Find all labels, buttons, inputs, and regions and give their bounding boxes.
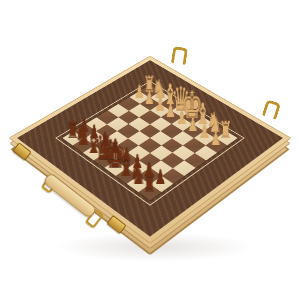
case-lid-top: ♜♞♝♛♚♝♞♜♟♟♟♟♟♟♟♟♟♟♟♟♟♟♟♟♜♞♝♛♚♝♞♜ bbox=[9, 56, 292, 244]
product-photo: ♜♞♝♛♚♝♞♜♟♟♟♟♟♟♟♟♟♟♟♟♟♟♟♟♜♞♝♛♚♝♞♜ bbox=[0, 0, 300, 300]
chess-case: ♜♞♝♛♚♝♞♜♟♟♟♟♟♟♟♟♟♟♟♟♟♟♟♟♜♞♝♛♚♝♞♜ bbox=[9, 56, 292, 244]
scene: ♜♞♝♛♚♝♞♜♟♟♟♟♟♟♟♟♟♟♟♟♟♟♟♟♜♞♝♛♚♝♞♜ bbox=[0, 0, 300, 300]
